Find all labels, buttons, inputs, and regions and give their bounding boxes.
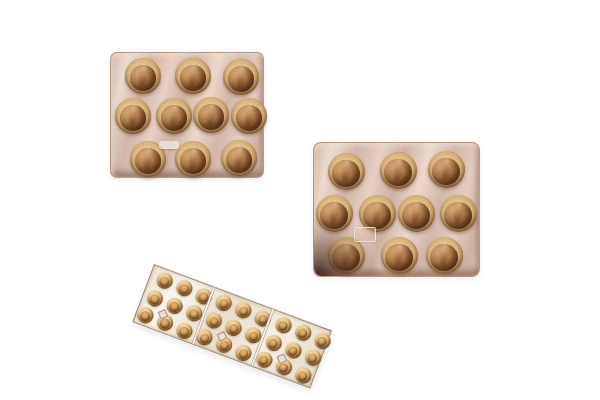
tablet xyxy=(156,98,192,134)
tablet xyxy=(231,98,267,134)
tablet xyxy=(428,151,465,188)
small-tablet xyxy=(273,315,294,336)
tablet xyxy=(381,237,418,274)
tablet xyxy=(175,141,211,177)
blister-strip-bottom xyxy=(132,264,332,389)
tablet xyxy=(359,195,396,232)
small-tablet xyxy=(312,331,333,352)
tablet xyxy=(316,195,353,232)
small-tablet xyxy=(145,288,166,309)
small-tablet xyxy=(204,310,225,331)
tablet xyxy=(440,195,477,232)
photo-blister-packs xyxy=(0,0,600,400)
tablet xyxy=(175,58,211,94)
tablet xyxy=(221,140,257,176)
tablet xyxy=(328,153,365,190)
small-tablet xyxy=(234,343,255,364)
small-tablet xyxy=(174,321,195,342)
embossed-mark xyxy=(159,141,179,149)
tablet xyxy=(398,195,435,232)
tablet xyxy=(380,152,417,189)
blister-tray-top-left xyxy=(110,52,264,178)
small-tablet xyxy=(263,333,284,354)
small-tablet xyxy=(174,278,195,299)
blister-tray-right xyxy=(313,142,480,277)
tablet xyxy=(328,237,365,274)
small-tablet xyxy=(303,347,324,368)
tablet xyxy=(426,237,463,274)
small-tablet xyxy=(135,305,156,326)
small-tablet xyxy=(214,293,235,314)
small-tablet xyxy=(154,271,175,292)
small-tablet xyxy=(293,365,314,386)
small-tablet xyxy=(224,318,245,339)
small-tablet xyxy=(293,322,314,343)
tablet xyxy=(115,98,151,134)
embossed-mark xyxy=(354,227,376,242)
tablet xyxy=(193,97,229,133)
small-tablet xyxy=(164,296,185,317)
tablet xyxy=(223,59,259,95)
small-tablet xyxy=(233,300,254,321)
tablet xyxy=(125,58,161,94)
